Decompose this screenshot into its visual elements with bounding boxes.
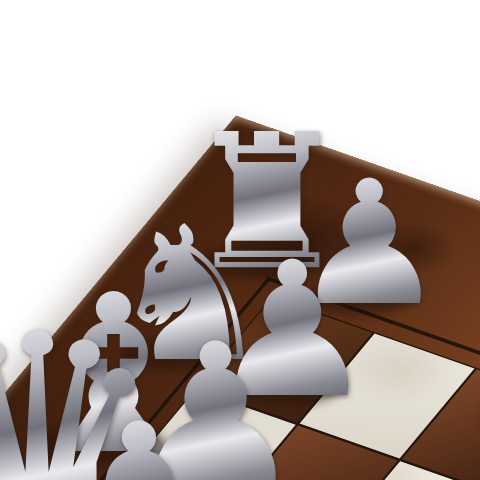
photo-frame: ♜♟♞♟♝♟♛♟	[0, 0, 480, 480]
white-pawn-d2[interactable]: ♟	[42, 396, 236, 480]
